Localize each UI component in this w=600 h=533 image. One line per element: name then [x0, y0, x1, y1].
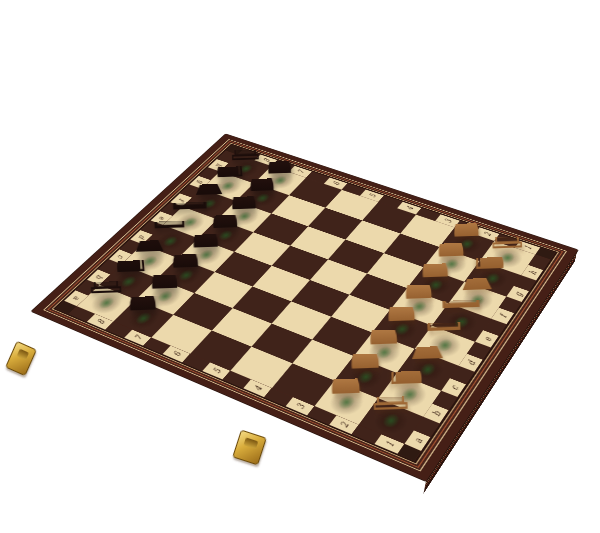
product-photo-stage: abcdefgh 87654321 ♜♞♝♛♚♝♞♜♟♟♟♟♟♟♟♟♟♟♟♟♟♟… — [0, 0, 600, 533]
rank-label-text: 5 — [210, 367, 223, 374]
rank-label-text: 6 — [330, 181, 341, 186]
rank-label-text: 4 — [251, 384, 264, 392]
perspective-scene: abcdefgh 87654321 ♜♞♝♛♚♝♞♜♟♟♟♟♟♟♟♟♟♟♟♟♟♟… — [1, 4, 600, 533]
camera-tilt: abcdefgh 87654321 ♜♞♝♛♚♝♞♜♟♟♟♟♟♟♟♟♟♟♟♟♟♟… — [1, 4, 600, 533]
black-pawn: ♟ — [91, 256, 194, 322]
white-rook: ♜ — [333, 334, 446, 424]
board-squares: ♜♞♝♛♚♝♞♜♟♟♟♟♟♟♟♟♟♟♟♟♟♟♟♟♜♞♝♛♚♝♞♜ — [77, 155, 535, 444]
file-label-text: a — [411, 436, 425, 444]
rank-label-text: 1 — [383, 440, 397, 448]
board-inner: abcdefgh 87654321 ♜♞♝♛♚♝♞♜♟♟♟♟♟♟♟♟♟♟♟♟♟♟… — [56, 145, 555, 461]
chess-board: abcdefgh 87654321 ♜♞♝♛♚♝♞♜♟♟♟♟♟♟♟♟♟♟♟♟♟♟… — [32, 134, 578, 481]
rank-label-text: 6 — [170, 350, 182, 357]
rank-label-text: 5 — [367, 193, 378, 198]
rank-label-text: 7 — [132, 334, 144, 341]
